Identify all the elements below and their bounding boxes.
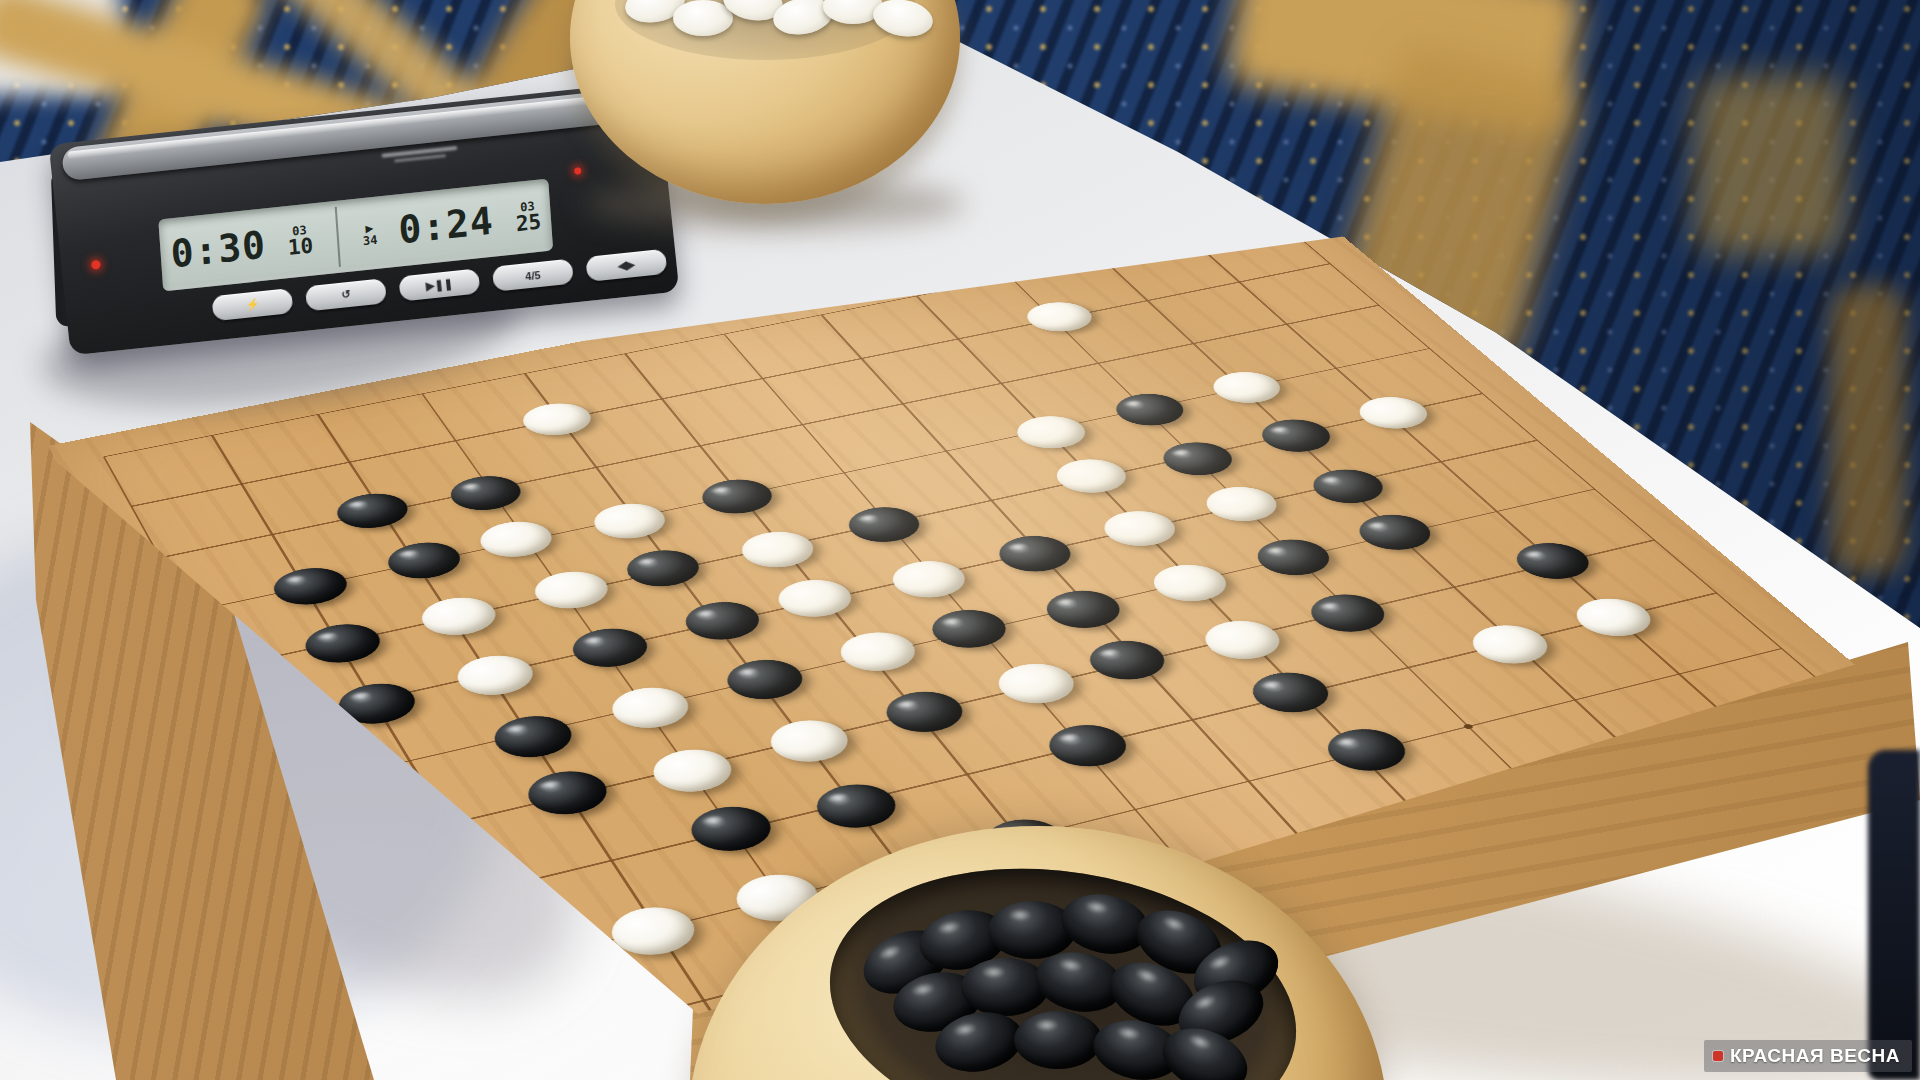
white-stone: ○ <box>767 574 861 623</box>
black-stone: ● <box>675 596 769 645</box>
white-stone: ○ <box>882 555 976 603</box>
black-stone: ● <box>1314 723 1418 778</box>
black-stone: ● <box>1504 538 1602 585</box>
grid-line-horizontal <box>254 440 1538 728</box>
clock-right-byoyomi: 03 25 <box>514 199 541 235</box>
black-stone: ● <box>1251 415 1343 457</box>
black-stone: ● <box>266 562 356 610</box>
white-stone: ○ <box>1006 411 1096 453</box>
white-stone: ○ <box>1195 481 1289 526</box>
black-stone: ● <box>1078 635 1177 686</box>
black-stone: ● <box>1037 718 1139 773</box>
clock-move-indicator: ▶ 34 <box>362 220 378 246</box>
grid-line-horizontal <box>190 348 1430 612</box>
black-stone-in-bowl <box>1014 1011 1102 1069</box>
black-stone: ● <box>1035 585 1132 634</box>
black-stone: ● <box>875 686 975 739</box>
black-stone: ● <box>379 537 469 584</box>
black-stone: ● <box>1152 437 1244 480</box>
black-stone-in-bowl <box>961 958 1049 1016</box>
hoshi-point <box>1140 407 1150 412</box>
white-stone: ○ <box>1017 298 1102 336</box>
black-stone: ● <box>1239 666 1341 718</box>
lcd-divider <box>335 207 341 267</box>
black-stone: ● <box>838 502 930 548</box>
black-stone: ● <box>988 530 1082 577</box>
white-stone: ○ <box>471 516 561 562</box>
black-stone-in-bowl <box>988 901 1076 959</box>
white-stone: ○ <box>760 714 860 768</box>
hoshi-point <box>974 627 985 633</box>
white-stone: ○ <box>829 626 926 677</box>
dark-object-bottom-right <box>1868 750 1920 1080</box>
white-stone: ○ <box>643 743 743 799</box>
white-stone: ○ <box>412 592 504 641</box>
clock-right-time: 0:24 <box>397 198 495 252</box>
photo-stage: ○○●●●●○○●○●○●○○●○●○●●○●○●●○○●○○●●○●○●●○●… <box>0 0 1920 1080</box>
black-stone: ● <box>297 618 389 668</box>
hoshi-point <box>521 538 531 543</box>
black-stone: ● <box>692 474 782 519</box>
white-stone: ○ <box>1202 367 1291 408</box>
grid-line-horizontal <box>221 393 1483 669</box>
clock-left-time: 0:30 <box>169 222 267 276</box>
white-stone: ○ <box>1193 615 1292 665</box>
white-stone: ○ <box>515 399 601 441</box>
black-stone: ● <box>563 622 658 673</box>
black-stone: ● <box>805 777 908 834</box>
white-stone: ○ <box>1141 559 1238 607</box>
white-stone: ○ <box>732 526 824 573</box>
white-stone: ○ <box>1460 619 1561 669</box>
black-stone: ● <box>680 800 782 858</box>
black-stone: ● <box>442 471 530 516</box>
hoshi-point <box>1462 723 1474 729</box>
black-stone: ● <box>328 488 416 533</box>
black-stone: ● <box>921 604 1018 654</box>
hoshi-point <box>774 894 786 901</box>
white-stone: ○ <box>602 681 699 734</box>
white-stone: ○ <box>987 658 1086 710</box>
white-stone-in-bowl <box>673 0 733 36</box>
watermark: КРАСНАЯ ВЕСНА <box>1704 1040 1912 1072</box>
black-stone: ● <box>1299 589 1398 638</box>
white-stone: ○ <box>1092 506 1186 552</box>
white-stone: ○ <box>448 649 543 701</box>
black-stone: ● <box>717 654 814 706</box>
white-stone: ○ <box>1348 392 1439 434</box>
black-stone: ● <box>1245 534 1341 581</box>
black-stone: ● <box>617 545 709 592</box>
black-stone: ● <box>1347 509 1443 555</box>
white-stone: ○ <box>1563 593 1664 642</box>
black-stone: ● <box>1301 464 1395 508</box>
black-stone: ● <box>484 710 581 764</box>
white-stone: ○ <box>1045 454 1137 498</box>
blurred-chair <box>1695 75 1845 255</box>
white-stone: ○ <box>525 566 617 614</box>
red-star-icon <box>1713 1051 1723 1061</box>
black-stone: ● <box>518 765 618 822</box>
black-stone: ● <box>1105 389 1195 431</box>
white-stone: ○ <box>585 498 675 544</box>
watermark-text: КРАСНАЯ ВЕСНА <box>1730 1045 1900 1067</box>
clock-left-byoyomi: 03 10 <box>286 223 313 259</box>
grid-line-horizontal <box>288 489 1595 790</box>
